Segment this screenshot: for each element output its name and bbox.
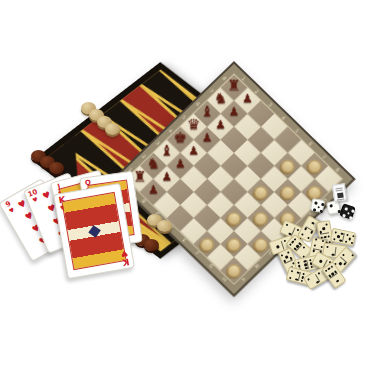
- domino-pip: [319, 231, 322, 234]
- domino-pip: [339, 239, 342, 242]
- backgammon-checker-light[interactable]: [105, 123, 120, 135]
- booklet-text-line: [336, 190, 343, 192]
- domino-pip: [327, 267, 330, 270]
- domino-pip: [343, 262, 346, 265]
- die-pip: [321, 203, 324, 206]
- die-pip: [314, 201, 317, 204]
- booklet-mark: [337, 193, 344, 199]
- domino-pip: [313, 249, 316, 252]
- domino-pip: [333, 238, 336, 241]
- domino-pip: [344, 240, 347, 243]
- scene: ♜♟♞♟♝♟♛♟♚♟♝♟♞♟♜♟ AH18BG27CF36DE45ED54FC6…: [0, 0, 370, 370]
- domino-pip: [319, 260, 322, 263]
- domino-pip: [352, 235, 355, 238]
- die-white[interactable]: [326, 200, 341, 215]
- domino-pip: [307, 236, 310, 239]
- backgammon-checker-dark[interactable]: [144, 239, 159, 251]
- domino-pip: [332, 253, 335, 256]
- domino-pip: [339, 262, 342, 265]
- die-pip: [317, 206, 320, 209]
- domino-pip: [342, 254, 345, 257]
- domino-pip: [310, 231, 313, 234]
- die-pip: [351, 209, 354, 212]
- booklet-text-line: [337, 198, 344, 200]
- domino-pip: [302, 273, 305, 276]
- instructions-booklet[interactable]: [332, 183, 347, 202]
- playing-card-K-hearts[interactable]: K♥K♥: [53, 183, 135, 280]
- domino-pip: [351, 242, 354, 245]
- domino-pip: [287, 251, 290, 254]
- domino-pip: [327, 235, 330, 238]
- domino-pip: [298, 265, 301, 268]
- domino-pip: [317, 272, 320, 275]
- die-pip: [347, 212, 350, 215]
- domino-pip: [289, 277, 292, 280]
- domino-pip: [310, 266, 313, 269]
- die-white[interactable]: [310, 198, 325, 213]
- domino-pip: [346, 234, 349, 237]
- backgammon-checker-dark[interactable]: [49, 162, 64, 174]
- domino-pip: [300, 279, 303, 282]
- domino-pip: [322, 227, 325, 230]
- domino-pip: [315, 238, 318, 241]
- domino-pip: [326, 246, 329, 249]
- domino-pip: [285, 255, 288, 258]
- die-pip: [342, 214, 345, 217]
- heart-icon: ♥: [119, 248, 130, 258]
- domino-pip: [304, 263, 307, 266]
- domino-pip: [324, 235, 327, 238]
- domino-pip: [307, 278, 310, 281]
- die-pip: [320, 210, 323, 213]
- domino-pip: [276, 245, 279, 248]
- domino-pip: [351, 253, 354, 256]
- domino-pip: [348, 238, 351, 241]
- die-pip: [344, 207, 347, 210]
- court-pattern: [88, 225, 101, 238]
- domino-pip: [311, 222, 314, 225]
- domino-pip: [291, 270, 294, 273]
- domino-pip: [289, 243, 292, 246]
- backgammon-checker-light[interactable]: [157, 220, 172, 232]
- domino-pip: [304, 227, 307, 230]
- domino-pip: [335, 231, 338, 234]
- heart-pip-icon: ♥: [41, 190, 52, 201]
- domino-pip: [302, 246, 305, 249]
- domino-pip: [305, 267, 308, 270]
- domino-divider: [334, 247, 336, 256]
- die-pip: [313, 208, 316, 211]
- domino-pip: [291, 241, 294, 244]
- card-court-art: [61, 192, 126, 270]
- die-pip: [329, 204, 332, 207]
- domino-pip: [336, 279, 339, 282]
- domino-pip: [280, 254, 283, 257]
- domino-pip: [325, 223, 328, 226]
- domino-pip: [316, 281, 319, 284]
- domino-pip: [301, 233, 304, 236]
- domino-pip: [286, 224, 289, 227]
- domino-pip: [337, 235, 340, 238]
- domino-pip: [314, 244, 317, 247]
- card-index: K♥: [119, 248, 132, 266]
